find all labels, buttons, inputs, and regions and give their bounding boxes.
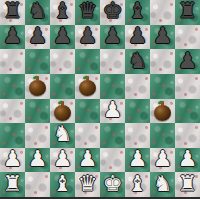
piece-white-pawn: ♟ — [103, 99, 123, 121]
piece-black-rook: ♜ — [178, 0, 198, 22]
square-f5[interactable] — [125, 74, 150, 99]
square-g4[interactable] — [150, 99, 175, 124]
square-b8[interactable]: ♞ — [25, 0, 50, 25]
square-f4[interactable] — [125, 99, 150, 124]
square-h7[interactable] — [175, 25, 200, 50]
piece-white-pawn: ♟ — [128, 148, 148, 170]
piece-black-pawn: ♟ — [53, 25, 73, 47]
square-d6[interactable] — [75, 49, 100, 74]
square-b4[interactable] — [25, 99, 50, 124]
square-h4[interactable] — [175, 99, 200, 124]
piece-white-pawn: ♟ — [78, 148, 98, 170]
chess-board: ♜♞♝♛♚♝♜♟♟♟♟♟♟♟♞♟♟♞♟♟♟♟♟♟♟♜♝♛♚♝♞♜ — [0, 0, 200, 199]
bomb-icon — [79, 80, 96, 96]
bomb-icon — [29, 80, 46, 96]
square-e6[interactable] — [100, 49, 125, 74]
square-g7[interactable]: ♟ — [150, 25, 175, 50]
piece-white-rook: ♜ — [178, 173, 198, 195]
square-g2[interactable]: ♟ — [150, 148, 175, 173]
square-a4[interactable] — [0, 99, 25, 124]
piece-black-rook: ♜ — [3, 0, 23, 22]
square-a7[interactable]: ♟ — [0, 25, 25, 50]
piece-white-pawn: ♟ — [178, 148, 198, 170]
piece-white-king: ♚ — [103, 173, 123, 195]
square-e8[interactable]: ♚ — [100, 0, 125, 25]
square-c8[interactable]: ♝ — [50, 0, 75, 25]
square-f1[interactable]: ♝ — [125, 172, 150, 197]
piece-black-bishop: ♝ — [53, 0, 73, 22]
square-h5[interactable] — [175, 74, 200, 99]
square-h3[interactable] — [175, 123, 200, 148]
piece-black-knight: ♞ — [128, 50, 148, 72]
piece-white-pawn: ♟ — [153, 148, 173, 170]
square-f3[interactable] — [125, 123, 150, 148]
square-b1[interactable] — [25, 172, 50, 197]
piece-white-knight: ♞ — [153, 173, 173, 195]
piece-black-pawn: ♟ — [178, 50, 198, 72]
square-h2[interactable]: ♟ — [175, 148, 200, 173]
square-d2[interactable]: ♟ — [75, 148, 100, 173]
piece-white-pawn: ♟ — [53, 148, 73, 170]
piece-white-rook: ♜ — [3, 173, 23, 195]
square-a3[interactable] — [0, 123, 25, 148]
square-g1[interactable]: ♞ — [150, 172, 175, 197]
square-e2[interactable] — [100, 148, 125, 173]
piece-black-king: ♚ — [103, 0, 123, 22]
piece-white-pawn: ♟ — [28, 148, 48, 170]
square-h6[interactable]: ♟ — [175, 49, 200, 74]
bomb-icon — [154, 105, 171, 121]
square-f8[interactable]: ♝ — [125, 0, 150, 25]
piece-white-bishop: ♝ — [53, 173, 73, 195]
square-g5[interactable] — [150, 74, 175, 99]
piece-black-pawn: ♟ — [153, 25, 173, 47]
square-c7[interactable]: ♟ — [50, 25, 75, 50]
bomb-icon — [54, 105, 71, 121]
square-g3[interactable] — [150, 123, 175, 148]
piece-black-knight: ♞ — [28, 0, 48, 22]
piece-white-knight: ♞ — [53, 123, 73, 145]
square-a1[interactable]: ♜ — [0, 172, 25, 197]
piece-black-bishop: ♝ — [128, 0, 148, 22]
square-f6[interactable]: ♞ — [125, 49, 150, 74]
square-d5[interactable] — [75, 74, 100, 99]
square-b2[interactable]: ♟ — [25, 148, 50, 173]
piece-black-pawn: ♟ — [28, 25, 48, 47]
square-e1[interactable]: ♚ — [100, 172, 125, 197]
piece-black-pawn: ♟ — [78, 25, 98, 47]
piece-black-queen: ♛ — [78, 0, 98, 22]
square-d7[interactable]: ♟ — [75, 25, 100, 50]
square-d8[interactable]: ♛ — [75, 0, 100, 25]
square-a2[interactable]: ♟ — [0, 148, 25, 173]
square-c5[interactable] — [50, 74, 75, 99]
square-e4[interactable]: ♟ — [100, 99, 125, 124]
square-c1[interactable]: ♝ — [50, 172, 75, 197]
square-e3[interactable] — [100, 123, 125, 148]
square-g8[interactable] — [150, 0, 175, 25]
square-h1[interactable]: ♜ — [175, 172, 200, 197]
square-f7[interactable]: ♟ — [125, 25, 150, 50]
square-h8[interactable]: ♜ — [175, 0, 200, 25]
square-c6[interactable] — [50, 49, 75, 74]
square-d4[interactable] — [75, 99, 100, 124]
square-b6[interactable] — [25, 49, 50, 74]
square-e5[interactable] — [100, 74, 125, 99]
piece-white-bishop: ♝ — [128, 173, 148, 195]
square-d3[interactable] — [75, 123, 100, 148]
square-g6[interactable] — [150, 49, 175, 74]
square-c2[interactable]: ♟ — [50, 148, 75, 173]
square-a5[interactable] — [0, 74, 25, 99]
piece-black-pawn: ♟ — [128, 25, 148, 47]
chess-app-window: ♜♞♝♛♚♝♜♟♟♟♟♟♟♟♞♟♟♞♟♟♟♟♟♟♟♜♝♛♚♝♞♜ — [0, 0, 200, 199]
square-b3[interactable] — [25, 123, 50, 148]
piece-white-queen: ♛ — [78, 173, 98, 195]
piece-white-pawn: ♟ — [3, 148, 23, 170]
square-a8[interactable]: ♜ — [0, 0, 25, 25]
square-e7[interactable]: ♟ — [100, 25, 125, 50]
square-b5[interactable] — [25, 74, 50, 99]
square-c3[interactable]: ♞ — [50, 123, 75, 148]
square-b7[interactable]: ♟ — [25, 25, 50, 50]
square-d1[interactable]: ♛ — [75, 172, 100, 197]
square-c4[interactable] — [50, 99, 75, 124]
square-a6[interactable] — [0, 49, 25, 74]
square-f2[interactable]: ♟ — [125, 148, 150, 173]
piece-black-pawn: ♟ — [103, 25, 123, 47]
piece-black-pawn: ♟ — [3, 25, 23, 47]
